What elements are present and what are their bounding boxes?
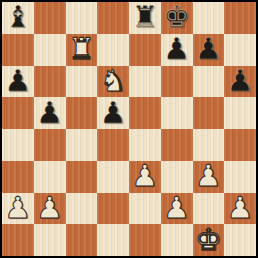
- piece-black-pawn: ♟: [227, 66, 254, 96]
- piece-white-king: ♚: [195, 224, 222, 254]
- square-e5[interactable]: [129, 97, 161, 129]
- square-c7[interactable]: ♜: [66, 34, 98, 66]
- square-f1[interactable]: [161, 224, 193, 256]
- square-d2[interactable]: [97, 193, 129, 225]
- square-e3[interactable]: ♟: [129, 161, 161, 193]
- square-d5[interactable]: ♟: [97, 97, 129, 129]
- piece-black-rook: ♜: [131, 2, 158, 32]
- square-g4[interactable]: [193, 129, 225, 161]
- square-g1[interactable]: ♚: [193, 224, 225, 256]
- square-g5[interactable]: [193, 97, 225, 129]
- square-e7[interactable]: [129, 34, 161, 66]
- square-e4[interactable]: [129, 129, 161, 161]
- square-c6[interactable]: [66, 66, 98, 98]
- square-h2[interactable]: ♟: [224, 193, 256, 225]
- piece-white-knight: ♞: [100, 66, 127, 96]
- square-f8[interactable]: ♚: [161, 2, 193, 34]
- square-c5[interactable]: [66, 97, 98, 129]
- square-f7[interactable]: ♟: [161, 34, 193, 66]
- square-b3[interactable]: [34, 161, 66, 193]
- square-h3[interactable]: [224, 161, 256, 193]
- piece-white-pawn: ♟: [4, 193, 31, 223]
- piece-white-pawn: ♟: [36, 193, 63, 223]
- piece-white-rook: ♜: [68, 34, 95, 64]
- piece-black-pawn: ♟: [100, 97, 127, 127]
- piece-black-pawn: ♟: [4, 66, 31, 96]
- square-h6[interactable]: ♟: [224, 66, 256, 98]
- piece-white-pawn: ♟: [131, 161, 158, 191]
- square-h1[interactable]: [224, 224, 256, 256]
- piece-black-pawn: ♟: [36, 97, 63, 127]
- square-b6[interactable]: [34, 66, 66, 98]
- square-b4[interactable]: [34, 129, 66, 161]
- square-e6[interactable]: [129, 66, 161, 98]
- piece-black-king: ♚: [163, 2, 190, 32]
- square-a2[interactable]: ♟: [2, 193, 34, 225]
- square-b2[interactable]: ♟: [34, 193, 66, 225]
- square-d7[interactable]: [97, 34, 129, 66]
- square-a4[interactable]: [2, 129, 34, 161]
- square-c4[interactable]: [66, 129, 98, 161]
- square-b8[interactable]: [34, 2, 66, 34]
- piece-black-pawn: ♟: [163, 34, 190, 64]
- square-a1[interactable]: [2, 224, 34, 256]
- square-e8[interactable]: ♜: [129, 2, 161, 34]
- square-h4[interactable]: [224, 129, 256, 161]
- square-c8[interactable]: [66, 2, 98, 34]
- piece-white-pawn: ♟: [163, 193, 190, 223]
- square-c1[interactable]: [66, 224, 98, 256]
- square-g7[interactable]: ♟: [193, 34, 225, 66]
- square-b5[interactable]: ♟: [34, 97, 66, 129]
- square-a7[interactable]: [2, 34, 34, 66]
- square-f2[interactable]: ♟: [161, 193, 193, 225]
- square-d4[interactable]: [97, 129, 129, 161]
- square-b7[interactable]: [34, 34, 66, 66]
- square-d3[interactable]: [97, 161, 129, 193]
- square-h7[interactable]: [224, 34, 256, 66]
- square-d8[interactable]: [97, 2, 129, 34]
- chess-board: ♝♜♚♜♟♟♟♞♟♟♟♟♟♟♟♟♟♚: [0, 0, 258, 258]
- square-f4[interactable]: [161, 129, 193, 161]
- piece-black-pawn: ♟: [195, 34, 222, 64]
- square-f5[interactable]: [161, 97, 193, 129]
- piece-black-bishop: ♝: [4, 2, 31, 32]
- square-d1[interactable]: [97, 224, 129, 256]
- square-e2[interactable]: [129, 193, 161, 225]
- square-g8[interactable]: [193, 2, 225, 34]
- square-g3[interactable]: ♟: [193, 161, 225, 193]
- square-c2[interactable]: [66, 193, 98, 225]
- square-a8[interactable]: ♝: [2, 2, 34, 34]
- square-f6[interactable]: [161, 66, 193, 98]
- square-c3[interactable]: [66, 161, 98, 193]
- chess-board-wrapper: ♝♜♚♜♟♟♟♞♟♟♟♟♟♟♟♟♟♚: [0, 0, 258, 258]
- square-d6[interactable]: ♞: [97, 66, 129, 98]
- square-e1[interactable]: [129, 224, 161, 256]
- square-f3[interactable]: [161, 161, 193, 193]
- square-a3[interactable]: [2, 161, 34, 193]
- square-g6[interactable]: [193, 66, 225, 98]
- square-a6[interactable]: ♟: [2, 66, 34, 98]
- square-g2[interactable]: [193, 193, 225, 225]
- piece-white-pawn: ♟: [195, 161, 222, 191]
- piece-white-pawn: ♟: [227, 193, 254, 223]
- square-a5[interactable]: [2, 97, 34, 129]
- square-b1[interactable]: [34, 224, 66, 256]
- square-h5[interactable]: [224, 97, 256, 129]
- square-h8[interactable]: [224, 2, 256, 34]
